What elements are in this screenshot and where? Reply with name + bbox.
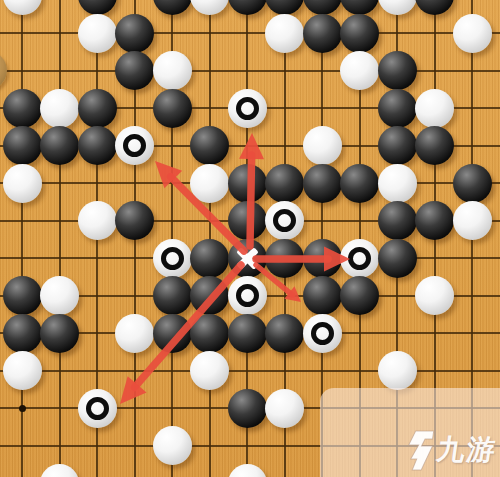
black-stone bbox=[3, 89, 42, 128]
white-stone bbox=[3, 0, 42, 15]
jiuyou-logo-icon bbox=[402, 429, 438, 471]
circle-marker bbox=[348, 247, 371, 270]
white-stone bbox=[378, 351, 417, 390]
black-stone bbox=[190, 276, 229, 315]
black-stone bbox=[378, 239, 417, 278]
white-stone bbox=[3, 351, 42, 390]
grid-line-horizontal bbox=[0, 70, 500, 72]
white-stone bbox=[40, 89, 79, 128]
watermark-row: 九游 bbox=[402, 429, 500, 471]
black-stone bbox=[378, 126, 417, 165]
black-stone bbox=[228, 201, 267, 240]
black-stone bbox=[40, 126, 79, 165]
circle-marker bbox=[123, 134, 146, 157]
black-stone bbox=[78, 0, 117, 15]
white-stone bbox=[453, 14, 492, 53]
black-stone bbox=[115, 201, 154, 240]
star-point bbox=[19, 405, 26, 412]
black-stone bbox=[340, 14, 379, 53]
black-stone bbox=[453, 164, 492, 203]
circled-white-stone bbox=[265, 201, 304, 240]
black-stone bbox=[303, 14, 342, 53]
white-stone bbox=[153, 426, 192, 465]
black-stone bbox=[265, 314, 304, 353]
black-stone bbox=[153, 89, 192, 128]
black-stone bbox=[115, 14, 154, 53]
black-stone bbox=[303, 0, 342, 15]
circled-white-stone bbox=[228, 276, 267, 315]
white-stone bbox=[378, 0, 417, 15]
white-stone bbox=[415, 89, 454, 128]
go-board-screenshot: 九游 bbox=[0, 0, 500, 477]
black-stone bbox=[228, 164, 267, 203]
grid-line-vertical bbox=[59, 0, 61, 477]
clipped-stone bbox=[228, 464, 267, 477]
grid-line-horizontal bbox=[0, 370, 500, 372]
black-stone bbox=[303, 239, 342, 278]
white-stone bbox=[3, 164, 42, 203]
grid-line-horizontal bbox=[0, 32, 500, 34]
white-stone bbox=[265, 14, 304, 53]
white-stone bbox=[190, 351, 229, 390]
black-stone bbox=[415, 126, 454, 165]
black-stone bbox=[265, 0, 304, 15]
watermark: 九游 bbox=[320, 388, 500, 477]
white-stone bbox=[78, 14, 117, 53]
black-stone bbox=[190, 126, 229, 165]
black-stone bbox=[228, 0, 267, 15]
clipped-stone bbox=[40, 464, 79, 477]
circled-white-stone bbox=[303, 314, 342, 353]
black-stone bbox=[265, 164, 304, 203]
circled-white-stone bbox=[153, 239, 192, 278]
white-stone bbox=[415, 276, 454, 315]
circled-white-stone bbox=[228, 89, 267, 128]
white-stone bbox=[303, 126, 342, 165]
black-stone bbox=[40, 314, 79, 353]
white-stone bbox=[78, 201, 117, 240]
black-stone bbox=[115, 51, 154, 90]
black-stone bbox=[190, 314, 229, 353]
black-stone bbox=[78, 89, 117, 128]
white-stone bbox=[40, 276, 79, 315]
circled-white-stone bbox=[115, 126, 154, 165]
black-stone bbox=[3, 276, 42, 315]
circled-white-stone bbox=[78, 389, 117, 428]
black-stone bbox=[3, 126, 42, 165]
circle-marker bbox=[311, 322, 334, 345]
black-stone bbox=[265, 239, 304, 278]
white-stone bbox=[453, 201, 492, 240]
white-stone bbox=[265, 389, 304, 428]
circled-white-stone bbox=[340, 239, 379, 278]
white-stone bbox=[115, 314, 154, 353]
clipped-stone bbox=[0, 51, 7, 90]
black-stone bbox=[153, 0, 192, 15]
black-stone bbox=[340, 164, 379, 203]
black-stone bbox=[303, 276, 342, 315]
black-stone bbox=[415, 0, 454, 15]
black-stone bbox=[228, 314, 267, 353]
white-stone bbox=[190, 0, 229, 15]
circle-marker bbox=[236, 284, 259, 307]
black-stone bbox=[378, 51, 417, 90]
circle-marker bbox=[86, 397, 109, 420]
black-stone bbox=[303, 164, 342, 203]
white-stone bbox=[153, 51, 192, 90]
black-stone bbox=[190, 239, 229, 278]
black-stone bbox=[3, 314, 42, 353]
black-stone bbox=[415, 201, 454, 240]
black-stone bbox=[340, 276, 379, 315]
white-stone bbox=[340, 51, 379, 90]
white-stone bbox=[378, 164, 417, 203]
watermark-text: 九游 bbox=[434, 431, 499, 469]
black-stone bbox=[228, 389, 267, 428]
circle-marker bbox=[161, 247, 184, 270]
focus-black-stone bbox=[228, 239, 267, 278]
circle-marker bbox=[236, 97, 259, 120]
black-stone bbox=[153, 314, 192, 353]
black-stone bbox=[153, 276, 192, 315]
circle-marker bbox=[273, 209, 296, 232]
black-stone bbox=[378, 201, 417, 240]
black-stone bbox=[340, 0, 379, 15]
black-stone bbox=[378, 89, 417, 128]
white-stone bbox=[190, 164, 229, 203]
black-stone bbox=[78, 126, 117, 165]
